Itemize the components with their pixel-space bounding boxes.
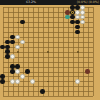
- black-stone: [75, 20, 80, 25]
- grid-line-horizontal: [3, 62, 93, 63]
- grid-line-horizontal: [3, 91, 93, 92]
- white-stone: [30, 79, 35, 84]
- black-stone: [10, 35, 15, 40]
- black-stone: [75, 30, 80, 35]
- white-stone: [15, 45, 20, 50]
- black-stone: [75, 25, 80, 30]
- black-stone: [5, 40, 10, 45]
- black-stone: [75, 5, 80, 10]
- white-stone: [15, 79, 20, 84]
- grid-line-vertical: [93, 7, 94, 96]
- star-point: [47, 51, 49, 53]
- black-stone: [20, 20, 25, 25]
- grid-line-horizontal: [3, 96, 93, 97]
- star-point: [77, 51, 79, 53]
- white-stone: [80, 15, 85, 20]
- star-point: [47, 22, 49, 24]
- grid-line-horizontal: [3, 76, 93, 77]
- white-stone: [75, 15, 80, 20]
- white-stone: [80, 10, 85, 15]
- last-move-circle-marker: [71, 11, 74, 14]
- go-app-window: 63.2% (0.0%) (0.0%): [0, 0, 100, 100]
- grid-line-horizontal: [3, 57, 93, 58]
- black-stone: [10, 40, 15, 45]
- white-stone: [20, 40, 25, 45]
- star-point: [17, 22, 19, 24]
- black-stone: [5, 45, 10, 50]
- black-stone: [0, 45, 5, 50]
- white-stone: [20, 74, 25, 79]
- dark-red-stone: [85, 69, 90, 74]
- white-stone: [75, 79, 80, 84]
- star-point: [17, 51, 19, 53]
- white-stone: [75, 10, 80, 15]
- dark-red-stone: [65, 10, 70, 15]
- black-stone: [0, 79, 5, 84]
- white-stone: [15, 69, 20, 74]
- black-stone: [25, 69, 30, 74]
- black-stone: [0, 74, 5, 79]
- black-stone: [10, 64, 15, 69]
- grid-line-vertical: [63, 7, 64, 96]
- black-stone: [5, 49, 10, 54]
- grid-line-vertical: [88, 7, 89, 96]
- black-stone: [15, 64, 20, 69]
- go-board[interactable]: [0, 5, 100, 100]
- white-stone: [80, 20, 85, 25]
- white-stone: [15, 35, 20, 40]
- grid-line-vertical: [68, 7, 69, 96]
- black-stone: [70, 20, 75, 25]
- black-stone: [70, 5, 75, 10]
- grid-line-horizontal: [3, 86, 93, 87]
- grid-line-vertical: [58, 7, 59, 96]
- white-stone: [10, 79, 15, 84]
- white-stone: [80, 5, 85, 10]
- black-stone: [5, 54, 10, 59]
- black-stone: [40, 89, 45, 94]
- white-stone: [10, 54, 15, 59]
- grid-line-vertical: [53, 7, 54, 96]
- black-stone: [70, 15, 75, 20]
- teal-stone: [65, 15, 70, 20]
- black-stone: [10, 69, 15, 74]
